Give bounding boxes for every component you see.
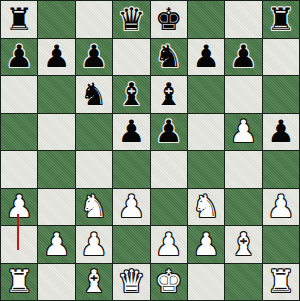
- square-c8[interactable]: [76, 1, 112, 38]
- piece-black-pawn[interactable]: ♟: [43, 41, 71, 72]
- square-g1[interactable]: [225, 264, 261, 301]
- square-d3[interactable]: ♟: [113, 189, 149, 226]
- square-a1[interactable]: ♜: [1, 264, 37, 301]
- chess-board: ♜♛♚♜♟♟♟♞♟♟♞♝♝♟♟♟♟♟♞♟♞♟♟♟♟♟♝♜♝♛♚♜: [0, 0, 300, 301]
- piece-white-pawn[interactable]: ♟: [230, 116, 258, 147]
- square-d5[interactable]: ♟: [113, 114, 149, 151]
- square-g6[interactable]: [225, 76, 261, 113]
- square-d1[interactable]: ♛: [113, 264, 149, 301]
- square-e5[interactable]: ♟: [151, 114, 187, 151]
- square-a3[interactable]: ♟: [1, 189, 37, 226]
- piece-white-pawn[interactable]: ♟: [80, 229, 108, 260]
- piece-white-pawn[interactable]: ♟: [43, 229, 71, 260]
- square-c5[interactable]: [76, 114, 112, 151]
- square-h1[interactable]: ♜: [263, 264, 299, 301]
- piece-black-pawn[interactable]: ♟: [80, 41, 108, 72]
- piece-white-rook[interactable]: ♜: [267, 266, 295, 297]
- square-a8[interactable]: ♜: [1, 1, 37, 38]
- square-e7[interactable]: ♞: [151, 39, 187, 76]
- square-f2[interactable]: ♟: [188, 226, 224, 263]
- square-b8[interactable]: [38, 1, 74, 38]
- square-h6[interactable]: [263, 76, 299, 113]
- square-c2[interactable]: ♟: [76, 226, 112, 263]
- piece-black-pawn[interactable]: ♟: [230, 41, 258, 72]
- square-b3[interactable]: [38, 189, 74, 226]
- square-g2[interactable]: ♝: [225, 226, 261, 263]
- piece-black-knight[interactable]: ♞: [155, 41, 183, 72]
- piece-white-rook[interactable]: ♜: [5, 266, 33, 297]
- square-e4[interactable]: [151, 151, 187, 188]
- square-h3[interactable]: ♟: [263, 189, 299, 226]
- square-e6[interactable]: ♝: [151, 76, 187, 113]
- square-f8[interactable]: [188, 1, 224, 38]
- square-h8[interactable]: ♜: [263, 1, 299, 38]
- square-e1[interactable]: ♚: [151, 264, 187, 301]
- square-h2[interactable]: [263, 226, 299, 263]
- square-b6[interactable]: [38, 76, 74, 113]
- square-f5[interactable]: [188, 114, 224, 151]
- square-f6[interactable]: [188, 76, 224, 113]
- square-g3[interactable]: [225, 189, 261, 226]
- piece-black-rook[interactable]: ♜: [267, 4, 295, 35]
- square-d4[interactable]: [113, 151, 149, 188]
- piece-white-knight[interactable]: ♞: [80, 191, 108, 222]
- square-a4[interactable]: [1, 151, 37, 188]
- square-b5[interactable]: [38, 114, 74, 151]
- square-c3[interactable]: ♞: [76, 189, 112, 226]
- square-a5[interactable]: [1, 114, 37, 151]
- square-a2[interactable]: [1, 226, 37, 263]
- square-d7[interactable]: [113, 39, 149, 76]
- square-d6[interactable]: ♝: [113, 76, 149, 113]
- piece-white-pawn[interactable]: ♟: [267, 191, 295, 222]
- piece-white-bishop[interactable]: ♝: [230, 229, 258, 260]
- piece-black-pawn[interactable]: ♟: [5, 41, 33, 72]
- piece-black-bishop[interactable]: ♝: [117, 79, 145, 110]
- square-h7[interactable]: [263, 39, 299, 76]
- square-c1[interactable]: ♝: [76, 264, 112, 301]
- square-a6[interactable]: [1, 76, 37, 113]
- square-a7[interactable]: ♟: [1, 39, 37, 76]
- square-e8[interactable]: ♚: [151, 1, 187, 38]
- piece-black-king[interactable]: ♚: [155, 4, 183, 35]
- square-f3[interactable]: ♞: [188, 189, 224, 226]
- piece-white-pawn[interactable]: ♟: [192, 229, 220, 260]
- square-g5[interactable]: ♟: [225, 114, 261, 151]
- piece-black-bishop[interactable]: ♝: [155, 79, 183, 110]
- piece-black-queen[interactable]: ♛: [117, 4, 145, 35]
- piece-black-pawn[interactable]: ♟: [267, 116, 295, 147]
- square-b7[interactable]: ♟: [38, 39, 74, 76]
- square-g4[interactable]: [225, 151, 261, 188]
- piece-white-pawn[interactable]: ♟: [117, 191, 145, 222]
- square-f4[interactable]: [188, 151, 224, 188]
- piece-white-knight[interactable]: ♞: [192, 191, 220, 222]
- piece-black-pawn[interactable]: ♟: [192, 41, 220, 72]
- square-g7[interactable]: ♟: [225, 39, 261, 76]
- piece-black-knight[interactable]: ♞: [80, 79, 108, 110]
- piece-white-king[interactable]: ♚: [155, 266, 183, 297]
- square-b2[interactable]: ♟: [38, 226, 74, 263]
- piece-black-pawn[interactable]: ♟: [117, 116, 145, 147]
- square-d2[interactable]: [113, 226, 149, 263]
- square-c6[interactable]: ♞: [76, 76, 112, 113]
- square-h4[interactable]: [263, 151, 299, 188]
- square-h5[interactable]: ♟: [263, 114, 299, 151]
- square-c4[interactable]: [76, 151, 112, 188]
- square-b1[interactable]: [38, 264, 74, 301]
- piece-black-pawn[interactable]: ♟: [155, 116, 183, 147]
- piece-white-bishop[interactable]: ♝: [80, 266, 108, 297]
- square-e2[interactable]: ♟: [151, 226, 187, 263]
- square-d8[interactable]: ♛: [113, 1, 149, 38]
- piece-white-queen[interactable]: ♛: [117, 266, 145, 297]
- piece-white-pawn[interactable]: ♟: [5, 191, 33, 222]
- piece-white-pawn[interactable]: ♟: [155, 229, 183, 260]
- square-f1[interactable]: [188, 264, 224, 301]
- square-g8[interactable]: [225, 1, 261, 38]
- square-f7[interactable]: ♟: [188, 39, 224, 76]
- piece-black-rook[interactable]: ♜: [5, 4, 33, 35]
- square-e3[interactable]: [151, 189, 187, 226]
- square-b4[interactable]: [38, 151, 74, 188]
- square-c7[interactable]: ♟: [76, 39, 112, 76]
